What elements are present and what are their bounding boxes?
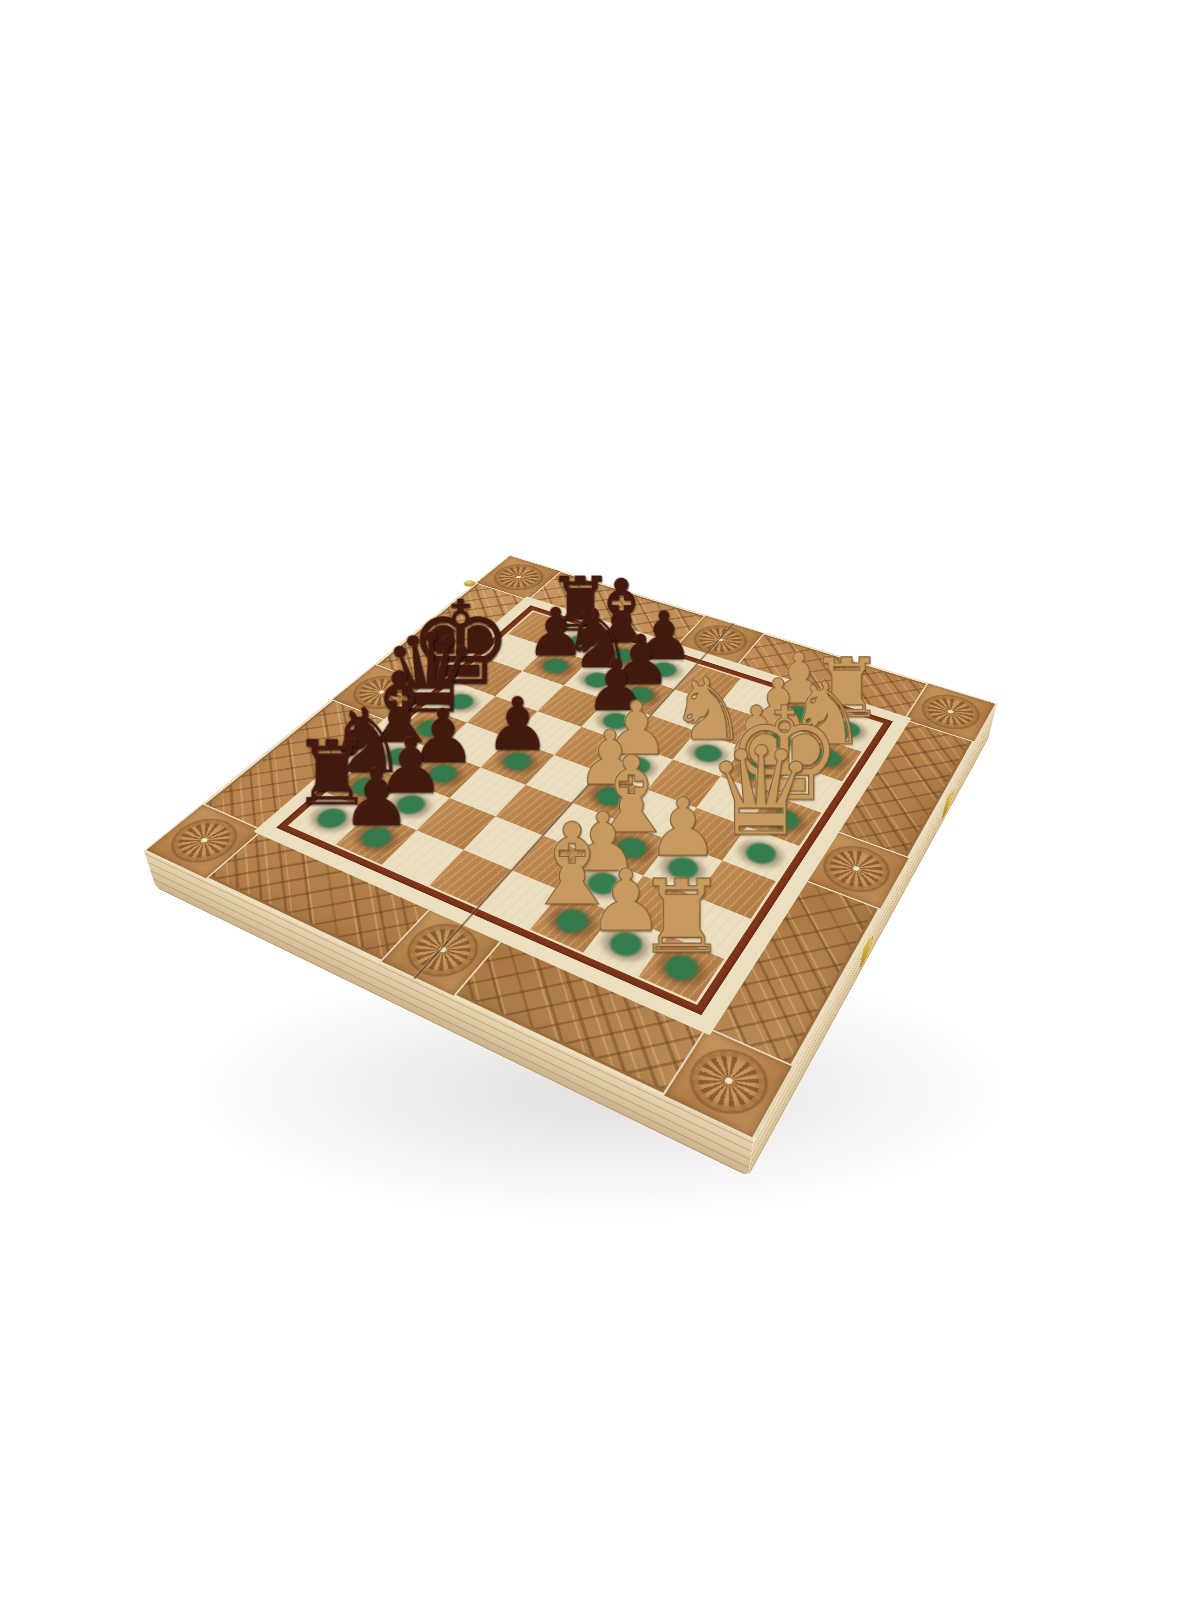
scene-scaler: ♜♝♟♟♞♟♚♟♟♛♜♟♞♝♞♟♟♟♟♞♟♟♜♚♟♝♛♟♟♝♟♜ [289,461,911,1083]
product-photo-page: { "game": "chess", "photo": { "backgroun… [0,0,1200,1600]
rosette-medallion-icon [487,561,550,593]
white-rook-glyph: ♜ [602,866,761,968]
black-pawn-glyph: ♟ [305,759,448,837]
rosette-medallion-icon [688,622,753,659]
rosette-medallion-icon [917,690,984,733]
